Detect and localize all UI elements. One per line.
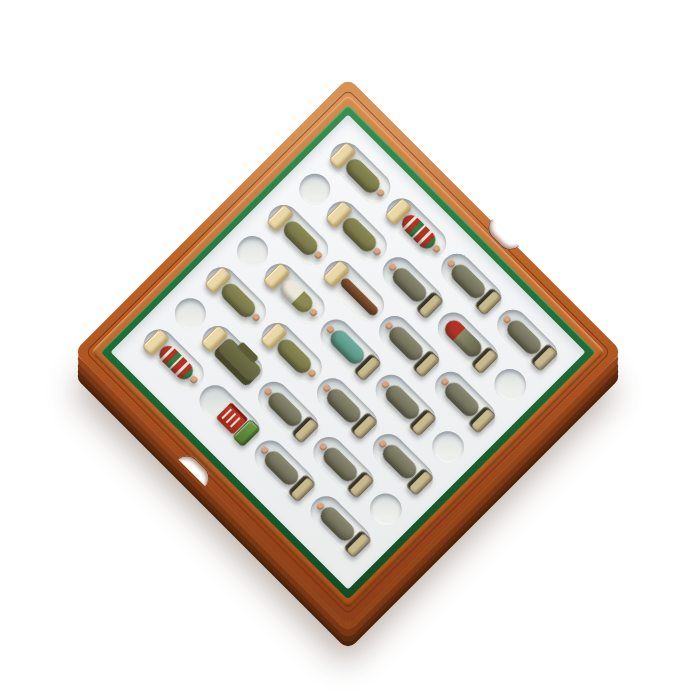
foam-slot[interactable] xyxy=(431,306,504,379)
piece-ivory-white-tunic[interactable] xyxy=(263,262,326,325)
foam-slot[interactable] xyxy=(200,261,273,334)
piece-head xyxy=(313,250,323,260)
foam-slot[interactable] xyxy=(318,254,391,327)
piece-ivory-soldier[interactable] xyxy=(260,322,323,385)
foam-slot[interactable] xyxy=(255,317,328,390)
foam-slot[interactable] xyxy=(376,251,449,324)
foam-slot[interactable] xyxy=(426,425,471,470)
foam-slot[interactable] xyxy=(262,199,335,272)
foam-slot[interactable] xyxy=(373,310,446,383)
piece-khaki-soldier[interactable] xyxy=(378,315,441,378)
piece-ivory-rifleman[interactable] xyxy=(323,259,386,322)
foam-slot[interactable] xyxy=(193,379,266,452)
piece-ivory-soldier[interactable] xyxy=(325,200,388,263)
piece-khaki-soldier[interactable] xyxy=(434,370,497,433)
foam-slot[interactable] xyxy=(304,490,377,563)
piece-head xyxy=(431,244,441,254)
piece-khaki-soldier[interactable] xyxy=(381,256,444,319)
product-photo-scene xyxy=(0,0,700,700)
piece-khaki-soldier[interactable] xyxy=(374,373,437,436)
piece-royal-striped-guard-2[interactable] xyxy=(142,328,205,391)
foam-slot[interactable] xyxy=(231,230,275,274)
wooden-case xyxy=(74,78,623,627)
foam-slot[interactable] xyxy=(314,313,387,386)
foam-slot[interactable] xyxy=(307,430,380,503)
piece-khaki-soldier[interactable] xyxy=(315,377,378,440)
piece-body xyxy=(339,276,380,317)
foam-slot[interactable] xyxy=(258,257,331,330)
foam-slot[interactable] xyxy=(293,167,337,211)
foam-slot[interactable] xyxy=(369,368,442,441)
foam-slot[interactable] xyxy=(137,323,210,396)
piece-khaki-soldier[interactable] xyxy=(371,433,434,496)
piece-khaki-soldier[interactable] xyxy=(253,439,316,502)
piece-teal-figure[interactable] xyxy=(319,318,382,381)
piece-khaki-soldier[interactable] xyxy=(440,252,503,315)
piece-royal-striped-guard[interactable] xyxy=(385,197,448,260)
piece-ivory-soldier[interactable] xyxy=(329,141,392,204)
piece-olive-tank[interactable] xyxy=(201,324,264,387)
foam-slot[interactable] xyxy=(168,292,212,336)
piece-khaki-red-crest[interactable] xyxy=(436,311,499,374)
piece-ivory-soldier[interactable] xyxy=(267,204,330,267)
piece-khaki-soldier[interactable] xyxy=(257,380,320,443)
foam-insert xyxy=(110,114,585,589)
piece-red-sentry-box[interactable] xyxy=(198,384,261,447)
foam-slot[interactable] xyxy=(196,319,269,392)
piece-khaki-soldier[interactable] xyxy=(312,435,375,498)
foam-slot[interactable] xyxy=(364,487,409,532)
foam-slot[interactable] xyxy=(252,375,325,448)
foam-slot[interactable] xyxy=(311,372,384,445)
foam-slot[interactable] xyxy=(429,365,502,438)
foam-slot[interactable] xyxy=(320,195,393,268)
piece-khaki-soldier[interactable] xyxy=(496,308,559,371)
piece-ivory-soldier[interactable] xyxy=(204,266,267,329)
piece-khaki-soldier[interactable] xyxy=(309,495,372,558)
foam-slot[interactable] xyxy=(248,434,321,507)
piece-body xyxy=(213,336,264,387)
foam-slot[interactable] xyxy=(488,363,533,408)
foam-slot[interactable] xyxy=(366,428,439,501)
